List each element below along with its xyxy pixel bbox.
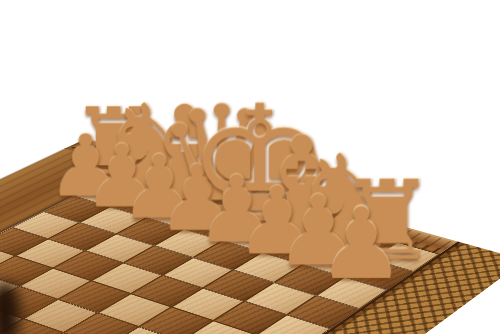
white-pawn: ♟: [317, 195, 405, 293]
square: ♟: [344, 259, 413, 290]
photo-scene: ♜♞♝♛♚♝♞♜♟♟♟♟♟♟♟♟♟: [0, 0, 500, 334]
chess-board: ♜♞♝♛♚♝♞♜♟♟♟♟♟♟♟♟♟: [0, 138, 500, 334]
chess-set-photo: ♜♞♝♛♚♝♞♜♟♟♟♟♟♟♟♟♟: [0, 0, 500, 334]
